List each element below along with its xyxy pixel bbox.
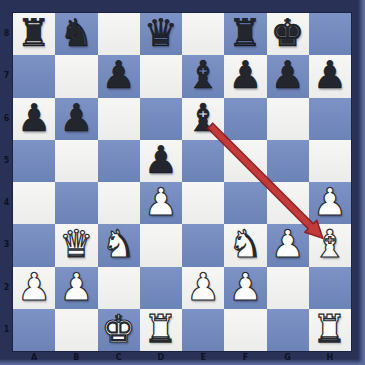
square-d1[interactable]: ♜ (140, 309, 182, 351)
square-g1[interactable] (267, 309, 309, 351)
square-d4[interactable]: ♟ (140, 182, 182, 224)
square-b1[interactable] (55, 309, 97, 351)
square-c6[interactable] (98, 98, 140, 140)
square-f5[interactable] (224, 140, 266, 182)
rank-label-2: 2 (0, 267, 13, 309)
piece-white-knight-c3: ♞ (102, 225, 136, 263)
rank-label-6: 6 (0, 98, 13, 140)
piece-white-knight-f3: ♞ (228, 225, 262, 263)
piece-white-queen-b3: ♛ (59, 225, 93, 263)
chess-board-frame: ♜♞♛♜♚♟♝♟♟♟♟♟♝♟♟♟♛♞♞♟♝♟♟♟♟♚♜♜ 87654321ABC… (0, 0, 365, 365)
square-e6[interactable]: ♝ (182, 98, 224, 140)
piece-black-knight-b8: ♞ (59, 14, 93, 52)
square-h6[interactable] (309, 98, 351, 140)
square-a3[interactable] (13, 224, 55, 266)
square-f4[interactable] (224, 182, 266, 224)
piece-black-rook-f8: ♜ (228, 14, 262, 52)
square-c7[interactable]: ♟ (98, 55, 140, 97)
square-e1[interactable] (182, 309, 224, 351)
square-e4[interactable] (182, 182, 224, 224)
square-b6[interactable]: ♟ (55, 98, 97, 140)
file-label-c: C (98, 352, 140, 364)
piece-white-pawn-d4: ♟ (144, 183, 178, 221)
square-e8[interactable] (182, 13, 224, 55)
square-g7[interactable]: ♟ (267, 55, 309, 97)
piece-black-pawn-h7: ♟ (313, 56, 347, 94)
file-label-g: G (267, 352, 309, 364)
square-c2[interactable] (98, 267, 140, 309)
file-label-f: F (224, 352, 266, 364)
file-label-b: B (55, 352, 97, 364)
square-e5[interactable] (182, 140, 224, 182)
piece-white-pawn-b2: ♟ (59, 268, 93, 306)
square-e7[interactable]: ♝ (182, 55, 224, 97)
file-label-h: H (309, 352, 351, 364)
piece-white-bishop-h3: ♝ (313, 225, 347, 263)
rank-label-1: 1 (0, 309, 13, 351)
piece-black-pawn-g7: ♟ (271, 56, 305, 94)
square-c3[interactable]: ♞ (98, 224, 140, 266)
piece-black-rook-a8: ♜ (17, 14, 51, 52)
piece-black-bishop-e7: ♝ (186, 56, 220, 94)
square-h1[interactable]: ♜ (309, 309, 351, 351)
square-b5[interactable] (55, 140, 97, 182)
square-d8[interactable]: ♛ (140, 13, 182, 55)
square-b7[interactable] (55, 55, 97, 97)
square-a1[interactable] (13, 309, 55, 351)
rank-label-7: 7 (0, 55, 13, 97)
piece-white-king-c1: ♚ (102, 310, 136, 348)
square-e2[interactable]: ♟ (182, 267, 224, 309)
square-c5[interactable] (98, 140, 140, 182)
square-a8[interactable]: ♜ (13, 13, 55, 55)
piece-white-pawn-f2: ♟ (228, 268, 262, 306)
piece-white-rook-d1: ♜ (144, 310, 178, 348)
square-f6[interactable] (224, 98, 266, 140)
piece-white-pawn-a2: ♟ (17, 268, 51, 306)
square-f3[interactable]: ♞ (224, 224, 266, 266)
piece-black-queen-d8: ♛ (144, 14, 178, 52)
square-d6[interactable] (140, 98, 182, 140)
square-g2[interactable] (267, 267, 309, 309)
square-a2[interactable]: ♟ (13, 267, 55, 309)
square-g3[interactable]: ♟ (267, 224, 309, 266)
square-a5[interactable] (13, 140, 55, 182)
piece-black-king-g8: ♚ (271, 14, 305, 52)
square-b2[interactable]: ♟ (55, 267, 97, 309)
file-label-a: A (13, 352, 55, 364)
square-a6[interactable]: ♟ (13, 98, 55, 140)
square-g6[interactable] (267, 98, 309, 140)
square-c8[interactable] (98, 13, 140, 55)
square-c4[interactable] (98, 182, 140, 224)
square-h7[interactable]: ♟ (309, 55, 351, 97)
rank-label-5: 5 (0, 140, 13, 182)
square-d7[interactable] (140, 55, 182, 97)
piece-black-pawn-b6: ♟ (59, 99, 93, 137)
square-h8[interactable] (309, 13, 351, 55)
square-b8[interactable]: ♞ (55, 13, 97, 55)
square-d2[interactable] (140, 267, 182, 309)
rank-label-4: 4 (0, 182, 13, 224)
square-e3[interactable] (182, 224, 224, 266)
square-b3[interactable]: ♛ (55, 224, 97, 266)
square-h3[interactable]: ♝ (309, 224, 351, 266)
file-label-e: E (182, 352, 224, 364)
piece-white-pawn-g3: ♟ (271, 225, 305, 263)
square-g5[interactable] (267, 140, 309, 182)
chess-board: ♜♞♛♜♚♟♝♟♟♟♟♟♝♟♟♟♛♞♞♟♝♟♟♟♟♚♜♜ (13, 13, 351, 351)
piece-black-pawn-f7: ♟ (228, 56, 262, 94)
square-f8[interactable]: ♜ (224, 13, 266, 55)
square-a4[interactable] (13, 182, 55, 224)
square-f1[interactable] (224, 309, 266, 351)
square-g4[interactable] (267, 182, 309, 224)
square-h2[interactable] (309, 267, 351, 309)
square-h4[interactable]: ♟ (309, 182, 351, 224)
square-d5[interactable]: ♟ (140, 140, 182, 182)
piece-black-pawn-a6: ♟ (17, 99, 51, 137)
piece-white-rook-h1: ♜ (313, 310, 347, 348)
piece-black-bishop-e6: ♝ (186, 99, 220, 137)
square-d3[interactable] (140, 224, 182, 266)
piece-black-pawn-c7: ♟ (102, 56, 136, 94)
square-b4[interactable] (55, 182, 97, 224)
square-a7[interactable] (13, 55, 55, 97)
square-h5[interactable] (309, 140, 351, 182)
piece-white-pawn-e2: ♟ (186, 268, 220, 306)
rank-label-8: 8 (0, 13, 13, 55)
square-c1[interactable]: ♚ (98, 309, 140, 351)
square-f2[interactable]: ♟ (224, 267, 266, 309)
piece-black-pawn-d5: ♟ (144, 141, 178, 179)
square-f7[interactable]: ♟ (224, 55, 266, 97)
piece-white-pawn-h4: ♟ (313, 183, 347, 221)
square-g8[interactable]: ♚ (267, 13, 309, 55)
file-label-d: D (140, 352, 182, 364)
rank-label-3: 3 (0, 224, 13, 266)
